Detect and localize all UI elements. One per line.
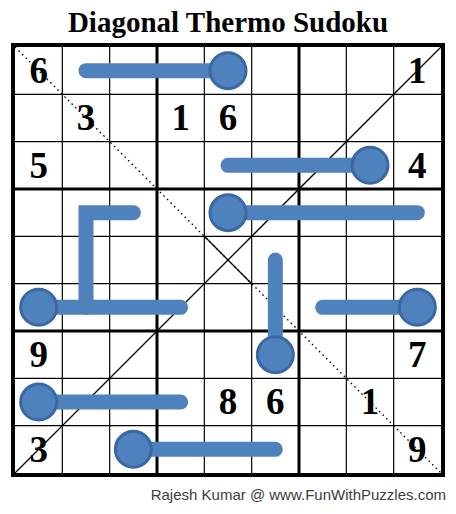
cell-r5c2[interactable] [62, 236, 109, 283]
cell-r5c6[interactable] [252, 236, 299, 283]
cell-r8c4[interactable] [157, 378, 204, 425]
cell-r6c1[interactable] [15, 284, 62, 331]
cell-r2c5[interactable]: 6 [204, 94, 251, 141]
cell-r9c4[interactable] [157, 426, 204, 473]
cell-layer: 61316549786139 [15, 47, 441, 473]
cell-r2c9[interactable] [394, 94, 441, 141]
cell-r4c3[interactable] [110, 189, 157, 236]
cell-r6c5[interactable] [204, 284, 251, 331]
cell-r9c8[interactable] [346, 426, 393, 473]
cell-r5c5[interactable] [204, 236, 251, 283]
cell-r2c4[interactable]: 1 [157, 94, 204, 141]
cell-r6c7[interactable] [299, 284, 346, 331]
cell-r3c4[interactable] [157, 142, 204, 189]
cell-r9c7[interactable] [299, 426, 346, 473]
cell-r8c6[interactable]: 6 [252, 378, 299, 425]
sudoku-board: 61316549786139 [11, 43, 445, 477]
cell-r8c7[interactable] [299, 378, 346, 425]
cell-r8c5[interactable]: 8 [204, 378, 251, 425]
cell-r1c3[interactable] [110, 47, 157, 94]
cell-r7c2[interactable] [62, 331, 109, 378]
cell-r1c6[interactable] [252, 47, 299, 94]
cell-r7c7[interactable] [299, 331, 346, 378]
cell-r2c6[interactable] [252, 94, 299, 141]
cell-r1c4[interactable] [157, 47, 204, 94]
credit-text: Rajesh Kumar @ www.FunWithPuzzles.com [151, 485, 446, 505]
cell-r3c2[interactable] [62, 142, 109, 189]
cell-r8c2[interactable] [62, 378, 109, 425]
cell-r3c1[interactable]: 5 [15, 142, 62, 189]
cell-r1c1[interactable]: 6 [15, 47, 62, 94]
cell-r2c7[interactable] [299, 94, 346, 141]
cell-r9c2[interactable] [62, 426, 109, 473]
cell-r5c9[interactable] [394, 236, 441, 283]
cell-r2c8[interactable] [346, 94, 393, 141]
cell-r6c8[interactable] [346, 284, 393, 331]
cell-r5c4[interactable] [157, 236, 204, 283]
cell-r7c3[interactable] [110, 331, 157, 378]
cell-r2c1[interactable] [15, 94, 62, 141]
cell-r3c8[interactable] [346, 142, 393, 189]
cell-r4c6[interactable] [252, 189, 299, 236]
cell-r7c8[interactable] [346, 331, 393, 378]
cell-r6c3[interactable] [110, 284, 157, 331]
cell-r1c7[interactable] [299, 47, 346, 94]
cell-r6c9[interactable] [394, 284, 441, 331]
cell-r3c3[interactable] [110, 142, 157, 189]
cell-r5c7[interactable] [299, 236, 346, 283]
cell-r7c9[interactable]: 7 [394, 331, 441, 378]
cell-r2c3[interactable] [110, 94, 157, 141]
cell-r6c4[interactable] [157, 284, 204, 331]
cell-r7c5[interactable] [204, 331, 251, 378]
cell-r8c9[interactable] [394, 378, 441, 425]
cell-r3c5[interactable] [204, 142, 251, 189]
cell-r1c2[interactable] [62, 47, 109, 94]
cell-r9c1[interactable]: 3 [15, 426, 62, 473]
cell-r1c5[interactable] [204, 47, 251, 94]
cell-r5c3[interactable] [110, 236, 157, 283]
cell-r7c4[interactable] [157, 331, 204, 378]
cell-r4c2[interactable] [62, 189, 109, 236]
puzzle-title: Diagonal Thermo Sudoku [0, 4, 456, 40]
cell-r5c8[interactable] [346, 236, 393, 283]
cell-r4c8[interactable] [346, 189, 393, 236]
cell-r8c1[interactable] [15, 378, 62, 425]
cell-r9c9[interactable]: 9 [394, 426, 441, 473]
cell-r9c3[interactable] [110, 426, 157, 473]
cell-r5c1[interactable] [15, 236, 62, 283]
cell-r8c8[interactable]: 1 [346, 378, 393, 425]
cell-r4c1[interactable] [15, 189, 62, 236]
cell-r3c9[interactable]: 4 [394, 142, 441, 189]
cell-r7c1[interactable]: 9 [15, 331, 62, 378]
cell-r3c6[interactable] [252, 142, 299, 189]
cell-r4c4[interactable] [157, 189, 204, 236]
cell-r8c3[interactable] [110, 378, 157, 425]
cell-r4c9[interactable] [394, 189, 441, 236]
cell-r4c7[interactable] [299, 189, 346, 236]
cell-r6c6[interactable] [252, 284, 299, 331]
cell-r7c6[interactable] [252, 331, 299, 378]
cell-r6c2[interactable] [62, 284, 109, 331]
cell-r4c5[interactable] [204, 189, 251, 236]
cell-r1c8[interactable] [346, 47, 393, 94]
cell-r2c2[interactable]: 3 [62, 94, 109, 141]
cell-r9c6[interactable] [252, 426, 299, 473]
cell-r1c9[interactable]: 1 [394, 47, 441, 94]
cell-r3c7[interactable] [299, 142, 346, 189]
cell-r9c5[interactable] [204, 426, 251, 473]
